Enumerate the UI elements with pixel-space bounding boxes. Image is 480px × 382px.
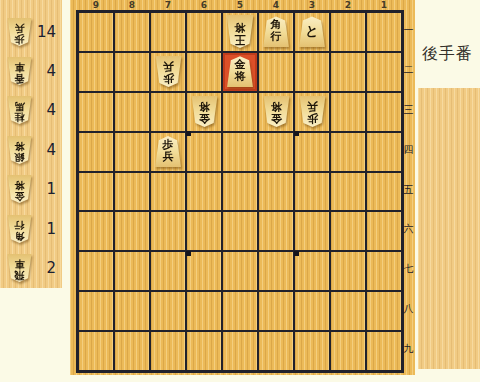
star-point [186,251,191,256]
square-7-5[interactable] [150,172,186,212]
square-1-5[interactable] [366,172,402,212]
piece-kanji: 歩 [163,139,174,151]
rank-label-7: 七 [402,262,415,276]
square-8-8[interactable] [114,291,150,331]
square-6-8[interactable] [186,291,222,331]
piece-kanji: 歩 [163,73,174,85]
square-1-8[interactable] [366,291,402,331]
piece-kanji: 兵 [307,101,318,113]
piece-kanji: 兵 [163,61,174,73]
piece-kanji: と [305,24,318,37]
piece-kanji: 銀 [15,151,25,162]
shogi-piece-と-3一[interactable]: と [299,16,326,47]
hand-row-歩兵: 歩兵14 [0,12,62,51]
square-5-9[interactable] [222,331,258,371]
square-1-2[interactable] [366,52,402,92]
square-5-4[interactable] [222,132,258,172]
square-1-4[interactable] [366,132,402,172]
square-7-8[interactable] [150,291,186,331]
square-3-8[interactable] [294,291,330,331]
square-8-9[interactable] [114,331,150,371]
square-5-7[interactable] [222,251,258,291]
hand-row-角行: 角行1 [0,209,62,248]
piece-kanji: 将 [235,22,246,34]
star-point [186,131,191,136]
square-1-1[interactable] [366,12,402,52]
piece-kanji: 兵 [163,151,174,163]
hand-row-桂馬: 桂馬4 [0,91,62,130]
rank-label-6: 六 [402,222,415,236]
square-4-8[interactable] [258,291,294,331]
shogi-piece-歩兵-7四[interactable]: 歩兵 [155,136,182,167]
square-8-7[interactable] [114,251,150,291]
square-7-1[interactable] [150,12,186,52]
rank-label-4: 四 [402,143,415,157]
hand-count-金将: 1 [46,180,56,198]
hand-row-飛車: 飛車2 [0,248,62,287]
piece-kanji: 将 [271,101,282,113]
square-9-7[interactable] [78,251,114,291]
square-1-6[interactable] [366,211,402,251]
square-5-6[interactable] [222,211,258,251]
square-9-6[interactable] [78,211,114,251]
sente-hand-tray [418,88,480,369]
star-point [294,251,299,256]
square-2-3[interactable] [330,92,366,132]
square-7-6[interactable] [150,211,186,251]
square-9-1[interactable] [78,12,114,52]
piece-kanji: 飛 [15,270,25,281]
shogi-piece-銀将[interactable]: 銀将 [7,136,32,164]
gote-hand-tray: 歩兵14香車4桂馬4銀将4金将1角行1飛車2 [0,0,62,288]
piece-kanji: 歩 [15,33,25,44]
square-3-6[interactable] [294,211,330,251]
square-6-2[interactable] [186,52,222,92]
square-5-8[interactable] [222,291,258,331]
rank-label-2: 二 [402,63,415,77]
square-8-2[interactable] [114,52,150,92]
piece-kanji: 桂 [15,112,25,123]
turn-indicator: 後手番 [422,44,473,65]
square-1-9[interactable] [366,331,402,371]
square-3-4[interactable] [294,132,330,172]
shogi-piece-歩兵-3三[interactable]: 歩兵 [299,96,326,127]
square-5-5[interactable] [222,172,258,212]
piece-kanji: 将 [15,180,25,191]
hand-count-香車: 4 [46,62,56,80]
shogi-piece-角行[interactable]: 角行 [7,215,32,243]
rank-label-8: 八 [402,302,415,316]
hand-count-飛車: 2 [46,259,56,277]
square-4-9[interactable] [258,331,294,371]
square-8-4[interactable] [114,132,150,172]
piece-kanji: 馬 [15,101,25,112]
piece-kanji: 将 [15,141,25,152]
square-2-5[interactable] [330,172,366,212]
square-6-4[interactable] [186,132,222,172]
square-2-2[interactable] [330,52,366,92]
piece-kanji: 車 [15,62,25,73]
piece-kanji: 将 [235,71,246,83]
piece-kanji: 金 [199,113,210,125]
hand-count-銀将: 4 [46,141,56,159]
square-2-7[interactable] [330,251,366,291]
shogi-piece-飛車[interactable]: 飛車 [7,254,32,282]
square-9-4[interactable] [78,132,114,172]
piece-kanji: 将 [199,101,210,113]
shogi-piece-角行-4一[interactable]: 角行 [263,16,290,47]
square-3-5[interactable] [294,172,330,212]
square-2-1[interactable] [330,12,366,52]
square-3-7[interactable] [294,251,330,291]
square-6-9[interactable] [186,331,222,371]
square-4-5[interactable] [258,172,294,212]
square-4-7[interactable] [258,251,294,291]
square-5-3[interactable] [222,92,258,132]
square-4-4[interactable] [258,132,294,172]
square-4-2[interactable] [258,52,294,92]
shogi-piece-金将[interactable]: 金将 [7,175,32,203]
hand-row-銀将: 銀将4 [0,130,62,169]
square-7-3[interactable] [150,92,186,132]
square-1-3[interactable] [366,92,402,132]
square-7-9[interactable] [150,331,186,371]
square-6-6[interactable] [186,211,222,251]
rank-label-1: 一 [402,23,415,37]
square-4-6[interactable] [258,211,294,251]
piece-kanji: 王 [235,34,246,46]
shogi-piece-桂馬[interactable]: 桂馬 [7,96,32,124]
hand-row-金将: 金将1 [0,170,62,209]
square-9-8[interactable] [78,291,114,331]
piece-kanji: 歩 [307,113,318,125]
square-9-2[interactable] [78,52,114,92]
piece-kanji: 香 [15,73,25,84]
shogi-piece-香車[interactable]: 香車 [7,57,32,85]
rank-label-5: 五 [402,183,415,197]
piece-kanji: 車 [15,259,25,270]
square-9-9[interactable] [78,331,114,371]
square-1-7[interactable] [366,251,402,291]
square-2-4[interactable] [330,132,366,172]
square-8-3[interactable] [114,92,150,132]
shogi-piece-王将-5一[interactable]: 王将 [226,15,254,48]
rank-label-3: 三 [402,103,415,117]
square-6-1[interactable] [186,12,222,52]
piece-kanji: 行 [15,220,25,231]
square-9-5[interactable] [78,172,114,212]
piece-kanji: 角 [15,230,25,241]
shogi-piece-歩兵-7二[interactable]: 歩兵 [155,56,182,87]
shogi-piece-金将-6三[interactable]: 金将 [191,96,218,127]
square-8-1[interactable] [114,12,150,52]
piece-kanji: 兵 [15,23,25,34]
piece-kanji: 金 [271,113,282,125]
hand-count-角行: 1 [46,220,56,238]
shogi-piece-金将-4三[interactable]: 金将 [263,96,290,127]
shogi-board: 987654321 一二三四五六七八九 王将角行と金将歩兵金将金将歩兵歩兵 [70,0,415,375]
square-8-6[interactable] [114,211,150,251]
square-2-8[interactable] [330,291,366,331]
hand-count-歩兵: 14 [37,23,56,41]
square-8-5[interactable] [114,172,150,212]
shogi-piece-歩兵[interactable]: 歩兵 [7,18,32,46]
square-6-5[interactable] [186,172,222,212]
hand-count-桂馬: 4 [46,101,56,119]
star-point [294,131,299,136]
hand-row-香車: 香車4 [0,51,62,90]
piece-kanji: 金 [15,191,25,202]
square-6-7[interactable] [186,251,222,291]
square-7-7[interactable] [150,251,186,291]
rank-label-9: 九 [402,342,415,356]
shogi-piece-金将-5二[interactable]: 金将 [227,56,254,87]
piece-kanji: 行 [271,31,282,43]
square-9-3[interactable] [78,92,114,132]
square-3-2[interactable] [294,52,330,92]
square-2-9[interactable] [330,331,366,371]
square-2-6[interactable] [330,211,366,251]
square-3-9[interactable] [294,331,330,371]
